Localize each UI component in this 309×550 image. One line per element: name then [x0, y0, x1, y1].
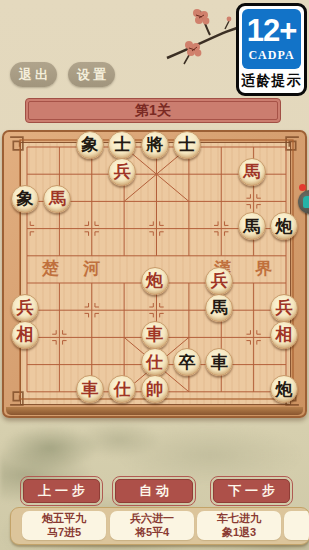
piece-glyph: 兵 — [211, 272, 228, 289]
piece-glyph: 士 — [178, 136, 195, 153]
red-move-text: 炮五平九 — [42, 512, 86, 525]
black-elephant-piece[interactable]: 象 — [76, 131, 104, 159]
piece-glyph: 炮 — [276, 381, 293, 398]
black-elephant-piece[interactable]: 象 — [11, 185, 39, 213]
piece-glyph: 帥 — [146, 381, 163, 398]
red-pawn-piece[interactable]: 兵 — [108, 158, 136, 186]
service-icon — [303, 196, 309, 208]
black-move-text: 象1退3 — [222, 526, 256, 539]
piece-glyph: 將 — [146, 136, 163, 153]
move-list-panel: 炮五平九 马7进5 兵六进一 将5平4 车七进九 象1退3 — [10, 507, 309, 545]
black-horse-piece[interactable]: 馬 — [238, 212, 266, 240]
piece-glyph: 仕 — [114, 381, 131, 398]
red-cannon-piece[interactable]: 炮 — [141, 267, 169, 295]
piece-glyph: 兵 — [114, 163, 131, 180]
game-screen: 退出 设置 12+ CADPA 适龄提示 第1关 楚 河 漢 界 象士將士兵馬象… — [0, 0, 309, 550]
piece-glyph: 炮 — [146, 272, 163, 289]
move-card-partial[interactable] — [284, 511, 309, 540]
piece-glyph: 車 — [146, 326, 163, 343]
red-pawn-piece[interactable]: 兵 — [270, 294, 298, 322]
piece-glyph: 馬 — [243, 218, 260, 235]
red-king-piece[interactable]: 帥 — [141, 375, 169, 403]
age-rating-value: 12+ — [247, 16, 297, 46]
red-pawn-piece[interactable]: 兵 — [205, 267, 233, 295]
piece-glyph: 馬 — [243, 163, 260, 180]
piece-glyph: 相 — [17, 326, 34, 343]
black-horse-piece[interactable]: 馬 — [205, 294, 233, 322]
red-horse-piece[interactable]: 馬 — [238, 158, 266, 186]
piece-glyph: 卒 — [178, 354, 195, 371]
auto-play-button[interactable]: 自动 — [115, 479, 193, 503]
age-rating-org: CADPA — [248, 48, 294, 63]
move-card[interactable]: 车七进九 象1退3 — [197, 511, 281, 540]
red-elephant-piece[interactable]: 相 — [11, 321, 39, 349]
piece-glyph: 兵 — [17, 299, 34, 316]
notification-dot — [299, 184, 306, 191]
next-step-button[interactable]: 下一步 — [213, 479, 290, 503]
piece-glyph: 象 — [17, 190, 34, 207]
piece-glyph: 馬 — [211, 299, 228, 316]
piece-glyph: 車 — [81, 381, 98, 398]
previous-step-button[interactable]: 上一步 — [23, 479, 100, 503]
move-card[interactable]: 炮五平九 马7进5 — [22, 511, 106, 540]
black-king-piece[interactable]: 將 — [141, 131, 169, 159]
piece-glyph: 士 — [114, 136, 131, 153]
piece-glyph: 象 — [81, 136, 98, 153]
black-pawn-piece[interactable]: 卒 — [173, 348, 201, 376]
red-move-text: 兵六进一 — [130, 512, 174, 525]
black-move-text: 将5平4 — [135, 526, 169, 539]
black-advisor-piece[interactable]: 士 — [173, 131, 201, 159]
piece-glyph: 兵 — [276, 299, 293, 316]
piece-glyph: 炮 — [276, 218, 293, 235]
red-advisor-piece[interactable]: 仕 — [141, 348, 169, 376]
red-chariot-piece[interactable]: 車 — [76, 375, 104, 403]
piece-glyph: 仕 — [146, 354, 163, 371]
red-elephant-piece[interactable]: 相 — [270, 321, 298, 349]
age-rating-badge: 12+ CADPA 适龄提示 — [236, 3, 307, 96]
red-pawn-piece[interactable]: 兵 — [11, 294, 39, 322]
red-move-text: 车七进九 — [217, 512, 261, 525]
piece-glyph: 車 — [211, 354, 228, 371]
river-label-left: 楚 河 — [41, 258, 109, 278]
settings-button[interactable]: 设置 — [68, 62, 115, 87]
black-advisor-piece[interactable]: 士 — [108, 131, 136, 159]
age-rating-blue-box: 12+ CADPA — [242, 9, 301, 69]
piece-glyph: 相 — [276, 326, 293, 343]
black-cannon-piece[interactable]: 炮 — [270, 212, 298, 240]
piece-glyph: 馬 — [49, 190, 66, 207]
level-banner-label: 第1关 — [135, 102, 171, 120]
level-banner: 第1关 — [25, 98, 281, 123]
plum-blossom-decoration — [163, 0, 245, 70]
black-move-text: 马7进5 — [47, 526, 81, 539]
red-chariot-piece[interactable]: 車 — [141, 321, 169, 349]
move-card[interactable]: 兵六进一 将5平4 — [110, 511, 194, 540]
exit-button[interactable]: 退出 — [10, 62, 57, 87]
age-rating-caption: 适龄提示 — [239, 72, 304, 90]
